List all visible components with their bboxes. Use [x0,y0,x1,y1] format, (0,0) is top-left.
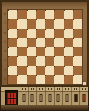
piece-slot-7-piece [74,94,77,102]
piece-slot-4[interactable] [45,87,54,105]
piece-slots [20,87,88,105]
square-d6[interactable] [36,29,45,38]
square-b7[interactable] [17,19,26,28]
square-c4[interactable] [27,47,36,56]
square-g3[interactable] [64,56,73,65]
square-h2[interactable] [73,66,82,75]
square-d8[interactable] [36,10,45,19]
piece-slot-7[interactable] [71,87,80,105]
square-g7[interactable] [64,19,73,28]
square-f2[interactable] [54,66,63,75]
board-button[interactable] [83,82,86,85]
square-d5[interactable] [36,38,45,47]
tray-bottom-edge [1,105,88,111]
piece-slot-1-piece [22,94,25,102]
square-b8[interactable] [17,10,26,19]
square-b5[interactable] [17,38,26,47]
piece-slot-3-piece [40,94,43,102]
square-c3[interactable] [27,56,36,65]
square-h3[interactable] [73,56,82,65]
piece-slot-5-piece [57,94,60,102]
square-e6[interactable] [45,29,54,38]
square-c6[interactable] [27,29,36,38]
square-a2[interactable] [8,66,17,75]
square-b3[interactable] [17,56,26,65]
square-h8[interactable] [73,10,82,19]
square-e2[interactable] [45,66,54,75]
square-b2[interactable] [17,66,26,75]
square-a6[interactable] [8,29,17,38]
piece-slot-5[interactable] [54,87,63,105]
square-h7[interactable] [73,19,82,28]
piece-slot-8[interactable] [79,87,88,105]
square-g8[interactable] [64,10,73,19]
square-c7[interactable] [27,19,36,28]
square-f6[interactable] [54,29,63,38]
square-d3[interactable] [36,56,45,65]
piece-slot-4-piece [48,94,51,102]
square-e5[interactable] [45,38,54,47]
clock-panel [5,90,18,106]
piece-slot-8-piece [83,94,86,102]
square-h4[interactable] [73,47,82,56]
square-c8[interactable] [27,10,36,19]
square-d4[interactable] [36,47,45,56]
square-d2[interactable] [36,66,45,75]
square-d7[interactable] [36,19,45,28]
piece-slot-2-piece [31,94,34,102]
clock-display-bottom [7,99,16,104]
square-f5[interactable] [54,38,63,47]
square-b4[interactable] [17,47,26,56]
square-e8[interactable] [45,10,54,19]
square-c5[interactable] [27,38,36,47]
square-a5[interactable] [8,38,17,47]
square-f3[interactable] [54,56,63,65]
piece-slot-6[interactable] [62,87,71,105]
square-h5[interactable] [73,38,82,47]
board [8,10,82,84]
piece-slot-1[interactable] [20,87,28,105]
piece-slot-3[interactable] [36,87,45,105]
square-e7[interactable] [45,19,54,28]
square-a4[interactable] [8,47,17,56]
clock-display-top [7,93,16,98]
square-a3[interactable] [8,56,17,65]
square-e4[interactable] [45,47,54,56]
square-g4[interactable] [64,47,73,56]
square-g6[interactable] [64,29,73,38]
square-f7[interactable] [54,19,63,28]
chess-computer: 87654321 abcdefgh [0,0,89,111]
piece-tray [0,87,89,111]
square-g5[interactable] [64,38,73,47]
piece-slot-6-piece [65,94,68,102]
square-c2[interactable] [27,66,36,75]
piece-slot-2[interactable] [28,87,37,105]
square-a7[interactable] [8,19,17,28]
square-e3[interactable] [45,56,54,65]
square-f4[interactable] [54,47,63,56]
square-h6[interactable] [73,29,82,38]
square-g2[interactable] [64,66,73,75]
square-f8[interactable] [54,10,63,19]
square-b6[interactable] [17,29,26,38]
square-a8[interactable] [8,10,17,19]
